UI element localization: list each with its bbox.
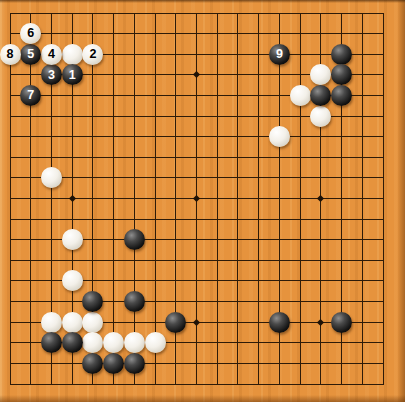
stone-white-E3 bbox=[82, 332, 103, 353]
grid-line-vertical bbox=[155, 13, 156, 385]
stone-black-C16: 3 bbox=[41, 64, 62, 85]
stone-white-E17: 2 bbox=[82, 44, 103, 65]
star-point bbox=[193, 71, 200, 78]
stone-white-D6 bbox=[62, 270, 83, 291]
star-point bbox=[317, 195, 324, 202]
stone-black-R16 bbox=[331, 64, 352, 85]
stone-white-C11 bbox=[41, 167, 62, 188]
grid-line-vertical bbox=[113, 13, 114, 385]
grid-line-vertical bbox=[134, 13, 135, 385]
stone-black-D16: 1 bbox=[62, 64, 83, 85]
stone-black-R15 bbox=[331, 85, 352, 106]
stone-white-D4 bbox=[62, 312, 83, 333]
grid-line-horizontal bbox=[10, 136, 384, 137]
star-point bbox=[317, 319, 324, 326]
stone-white-O13 bbox=[269, 126, 290, 147]
move-number: 8 bbox=[7, 48, 14, 61]
star-point bbox=[69, 195, 76, 202]
stone-white-G3 bbox=[124, 332, 145, 353]
star-point bbox=[193, 319, 200, 326]
grid-line-horizontal bbox=[10, 384, 384, 385]
stone-black-B17: 5 bbox=[20, 44, 41, 65]
stone-black-F2 bbox=[103, 353, 124, 374]
move-number: 6 bbox=[27, 27, 34, 40]
move-number: 5 bbox=[27, 48, 34, 61]
move-number: 7 bbox=[27, 89, 34, 102]
move-number: 9 bbox=[276, 48, 283, 61]
stone-white-P15 bbox=[290, 85, 311, 106]
stone-black-G8 bbox=[124, 229, 145, 250]
stone-white-H3 bbox=[145, 332, 166, 353]
stone-black-E5 bbox=[82, 291, 103, 312]
stone-black-R4 bbox=[331, 312, 352, 333]
grid-line-horizontal bbox=[10, 260, 384, 261]
stone-white-D8 bbox=[62, 229, 83, 250]
stone-white-C17: 4 bbox=[41, 44, 62, 65]
star-point bbox=[193, 195, 200, 202]
grid-line-horizontal bbox=[10, 13, 384, 14]
stone-black-B15: 7 bbox=[20, 85, 41, 106]
stone-white-E4 bbox=[82, 312, 103, 333]
stone-white-D17 bbox=[62, 44, 83, 65]
go-board[interactable]: 123456789 bbox=[0, 0, 405, 402]
move-number: 2 bbox=[89, 48, 96, 61]
grid-line-horizontal bbox=[10, 363, 384, 364]
grid-line-vertical bbox=[362, 13, 363, 385]
grid-line-vertical bbox=[383, 13, 384, 385]
grid-line-horizontal bbox=[10, 301, 384, 302]
stone-black-E2 bbox=[82, 353, 103, 374]
stone-black-Q15 bbox=[310, 85, 331, 106]
stone-black-C3 bbox=[41, 332, 62, 353]
stone-white-B18: 6 bbox=[20, 23, 41, 44]
stone-black-G5 bbox=[124, 291, 145, 312]
stone-white-A17: 8 bbox=[0, 44, 21, 65]
stone-black-J4 bbox=[165, 312, 186, 333]
grid-line-horizontal bbox=[10, 177, 384, 178]
move-number: 3 bbox=[48, 69, 55, 82]
grid-line-vertical bbox=[10, 13, 11, 385]
stone-white-Q16 bbox=[310, 64, 331, 85]
stone-white-C4 bbox=[41, 312, 62, 333]
stone-white-F3 bbox=[103, 332, 124, 353]
stone-black-R17 bbox=[331, 44, 352, 65]
grid-line-vertical bbox=[258, 13, 259, 385]
move-number: 1 bbox=[69, 69, 76, 82]
grid-line-horizontal bbox=[10, 219, 384, 220]
stone-black-G2 bbox=[124, 353, 145, 374]
grid-line-vertical bbox=[237, 13, 238, 385]
grid-line-vertical bbox=[30, 13, 31, 385]
stone-black-D3 bbox=[62, 332, 83, 353]
move-number: 4 bbox=[48, 48, 55, 61]
grid-line-horizontal bbox=[10, 33, 384, 34]
stone-black-O4 bbox=[269, 312, 290, 333]
stone-white-Q14 bbox=[310, 106, 331, 127]
grid-line-vertical bbox=[300, 13, 301, 385]
grid-line-vertical bbox=[217, 13, 218, 385]
grid-line-horizontal bbox=[10, 157, 384, 158]
stone-black-O17: 9 bbox=[269, 44, 290, 65]
